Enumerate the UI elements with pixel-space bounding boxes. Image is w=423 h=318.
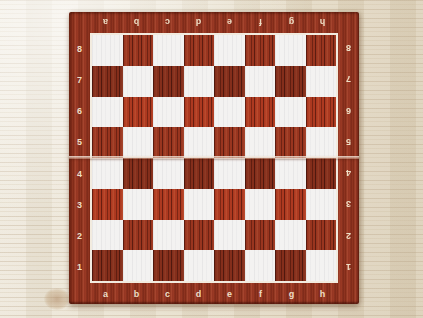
rank-label-5: 5	[338, 127, 359, 158]
square-d3[interactable]	[184, 189, 215, 220]
file-labels-top: abcdefgh	[90, 12, 338, 33]
square-e7[interactable]	[214, 66, 245, 97]
square-a2[interactable]	[92, 220, 123, 251]
square-d2[interactable]	[184, 220, 215, 251]
square-e2[interactable]	[214, 220, 245, 251]
square-b6[interactable]	[123, 97, 154, 128]
square-b8[interactable]	[123, 35, 154, 66]
file-label-e: e	[214, 283, 245, 304]
square-c2[interactable]	[153, 220, 184, 251]
rank-label-5: 5	[69, 127, 90, 158]
square-d7[interactable]	[184, 66, 215, 97]
square-h4[interactable]	[306, 158, 337, 189]
file-label-g: g	[276, 12, 307, 33]
file-label-c: c	[152, 283, 183, 304]
square-h6[interactable]	[306, 97, 337, 128]
rank-label-3: 3	[69, 189, 90, 220]
square-g2[interactable]	[275, 220, 306, 251]
file-label-d: d	[183, 283, 214, 304]
square-c7[interactable]	[153, 66, 184, 97]
rank-label-4: 4	[69, 158, 90, 189]
square-a1[interactable]	[92, 250, 123, 281]
square-h1[interactable]	[306, 250, 337, 281]
square-a6[interactable]	[92, 97, 123, 128]
square-e5[interactable]	[214, 127, 245, 158]
file-label-g: g	[276, 283, 307, 304]
file-label-h: h	[307, 12, 338, 33]
square-g8[interactable]	[275, 35, 306, 66]
square-f5[interactable]	[245, 127, 276, 158]
square-g6[interactable]	[275, 97, 306, 128]
square-h7[interactable]	[306, 66, 337, 97]
square-a8[interactable]	[92, 35, 123, 66]
file-label-a: a	[90, 12, 121, 33]
square-b1[interactable]	[123, 250, 154, 281]
file-labels-bottom: abcdefgh	[90, 283, 338, 304]
square-d1[interactable]	[184, 250, 215, 281]
square-c6[interactable]	[153, 97, 184, 128]
square-f4[interactable]	[245, 158, 276, 189]
square-a5[interactable]	[92, 127, 123, 158]
square-g3[interactable]	[275, 189, 306, 220]
rank-label-8: 8	[69, 33, 90, 64]
square-c5[interactable]	[153, 127, 184, 158]
rank-label-1: 1	[338, 252, 359, 283]
rank-label-3: 3	[338, 189, 359, 220]
square-f3[interactable]	[245, 189, 276, 220]
square-d8[interactable]	[184, 35, 215, 66]
file-label-h: h	[307, 283, 338, 304]
square-c8[interactable]	[153, 35, 184, 66]
square-h8[interactable]	[306, 35, 337, 66]
square-f8[interactable]	[245, 35, 276, 66]
square-e1[interactable]	[214, 250, 245, 281]
rank-label-8: 8	[338, 33, 359, 64]
square-e6[interactable]	[214, 97, 245, 128]
square-d6[interactable]	[184, 97, 215, 128]
file-label-f: f	[245, 283, 276, 304]
square-b5[interactable]	[123, 127, 154, 158]
square-c4[interactable]	[153, 158, 184, 189]
file-label-b: b	[121, 12, 152, 33]
square-c1[interactable]	[153, 250, 184, 281]
rank-label-6: 6	[338, 96, 359, 127]
square-f2[interactable]	[245, 220, 276, 251]
square-e4[interactable]	[214, 158, 245, 189]
rank-label-7: 7	[69, 64, 90, 95]
square-h5[interactable]	[306, 127, 337, 158]
square-g5[interactable]	[275, 127, 306, 158]
square-a4[interactable]	[92, 158, 123, 189]
rank-label-2: 2	[69, 221, 90, 252]
square-g4[interactable]	[275, 158, 306, 189]
file-label-f: f	[245, 12, 276, 33]
square-b3[interactable]	[123, 189, 154, 220]
file-label-d: d	[183, 12, 214, 33]
table-surface: abcdefgh abcdefgh 87654321 87654321	[0, 0, 423, 318]
square-b2[interactable]	[123, 220, 154, 251]
fold-seam	[69, 156, 359, 159]
square-e3[interactable]	[214, 189, 245, 220]
file-label-c: c	[152, 12, 183, 33]
square-d5[interactable]	[184, 127, 215, 158]
square-f1[interactable]	[245, 250, 276, 281]
square-g1[interactable]	[275, 250, 306, 281]
rank-label-4: 4	[338, 158, 359, 189]
square-g7[interactable]	[275, 66, 306, 97]
square-b7[interactable]	[123, 66, 154, 97]
square-e8[interactable]	[214, 35, 245, 66]
square-b4[interactable]	[123, 158, 154, 189]
square-c3[interactable]	[153, 189, 184, 220]
square-h2[interactable]	[306, 220, 337, 251]
square-f7[interactable]	[245, 66, 276, 97]
square-h3[interactable]	[306, 189, 337, 220]
file-label-a: a	[90, 283, 121, 304]
rank-label-1: 1	[69, 252, 90, 283]
chess-board: abcdefgh abcdefgh 87654321 87654321	[69, 12, 359, 304]
file-label-b: b	[121, 283, 152, 304]
square-a7[interactable]	[92, 66, 123, 97]
wood-knot	[44, 288, 70, 310]
square-d4[interactable]	[184, 158, 215, 189]
rank-label-6: 6	[69, 96, 90, 127]
square-a3[interactable]	[92, 189, 123, 220]
square-f6[interactable]	[245, 97, 276, 128]
file-label-e: e	[214, 12, 245, 33]
rank-label-2: 2	[338, 221, 359, 252]
rank-label-7: 7	[338, 64, 359, 95]
